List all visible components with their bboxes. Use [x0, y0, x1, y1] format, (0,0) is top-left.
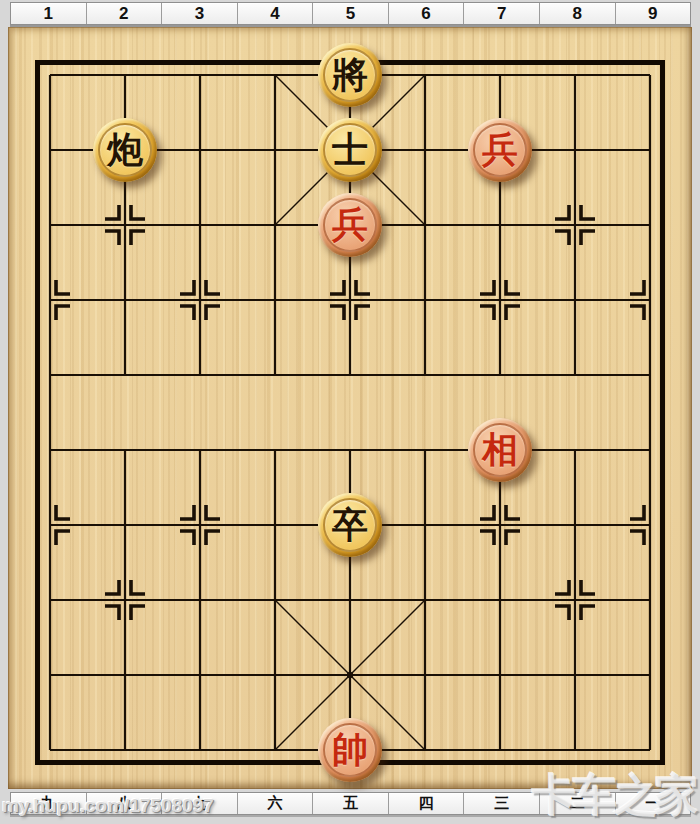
file-label-bottom-6: 四: [388, 793, 464, 814]
black-advisor-glyph: 士: [332, 131, 368, 167]
red-elephant[interactable]: 相: [468, 418, 532, 482]
file-label-bottom-4: 六: [237, 793, 313, 814]
logo-watermark: 卡车之家: [532, 766, 696, 824]
red-general-face: 帥: [323, 723, 377, 777]
black-soldier-glyph: 卒: [332, 506, 368, 542]
black-advisor[interactable]: 士: [318, 118, 382, 182]
file-label-bottom-5: 五: [312, 793, 388, 814]
black-cannon-glyph: 炮: [107, 131, 143, 167]
red-elephant-glyph: 相: [482, 431, 518, 467]
red-soldier[interactable]: 兵: [468, 118, 532, 182]
black-advisor-face: 士: [323, 123, 377, 177]
red-elephant-face: 相: [473, 423, 527, 477]
red-soldier-glyph: 兵: [332, 206, 368, 242]
file-label-top-1: 1: [11, 3, 86, 24]
file-label-top-8: 8: [539, 3, 615, 24]
black-general-glyph: 將: [332, 56, 368, 92]
xiangqi-app: 123456789 將炮士兵兵相卒帥 九八七六五四三二一 my.hupu.com…: [0, 0, 700, 824]
black-cannon[interactable]: 炮: [93, 118, 157, 182]
file-label-top-9: 9: [615, 3, 691, 24]
file-label-top-6: 6: [388, 3, 464, 24]
red-soldier[interactable]: 兵: [318, 193, 382, 257]
file-label-bottom-7: 三: [463, 793, 539, 814]
url-watermark: my.hupu.com/17508097: [2, 795, 214, 817]
red-general-glyph: 帥: [332, 731, 368, 767]
piece-layer: 將炮士兵兵相卒帥: [13, 38, 688, 788]
red-general[interactable]: 帥: [318, 718, 382, 782]
black-general-face: 將: [323, 48, 377, 102]
file-label-top-2: 2: [86, 3, 162, 24]
file-label-top-5: 5: [312, 3, 388, 24]
black-soldier-face: 卒: [323, 498, 377, 552]
red-soldier-face: 兵: [473, 123, 527, 177]
black-soldier[interactable]: 卒: [318, 493, 382, 557]
file-ruler-top: 123456789: [10, 2, 691, 25]
red-soldier-glyph: 兵: [482, 131, 518, 167]
red-soldier-face: 兵: [323, 198, 377, 252]
black-cannon-face: 炮: [98, 123, 152, 177]
black-general[interactable]: 將: [318, 43, 382, 107]
file-label-top-3: 3: [161, 3, 237, 24]
file-label-top-7: 7: [463, 3, 539, 24]
file-label-top-4: 4: [237, 3, 313, 24]
